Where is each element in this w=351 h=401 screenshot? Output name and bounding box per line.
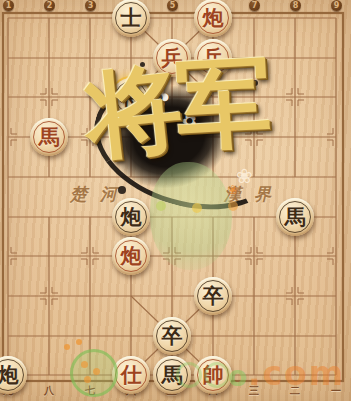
piece-glyph: 将 <box>121 86 142 107</box>
piece-black-horse[interactable]: 馬 <box>276 198 314 236</box>
piece-glyph: 兵 <box>203 47 224 68</box>
piece-glyph: 卒 <box>162 325 183 346</box>
piece-glyph: 帥 <box>203 364 224 385</box>
file-label-bottom-3: 七 <box>81 384 99 398</box>
piece-black-advisor[interactable]: 士 <box>112 0 150 37</box>
file-label-bottom-9: 一 <box>327 384 345 398</box>
piece-red-cannon[interactable]: 炮 <box>112 237 150 275</box>
piece-black-soldier[interactable]: 卒 <box>153 317 191 355</box>
piece-red-advisor[interactable]: 仕 <box>112 356 150 394</box>
file-label-top-1: 1 <box>3 0 14 11</box>
file-label-top-7: 7 <box>249 0 260 11</box>
piece-black-cannon[interactable]: 炮 <box>112 198 150 236</box>
piece-glyph: 炮 <box>0 364 19 385</box>
piece-red-general[interactable]: 帥 <box>194 356 232 394</box>
piece-black-general[interactable]: 将 <box>112 78 150 116</box>
piece-red-cannon[interactable]: 炮 <box>194 0 232 37</box>
file-label-top-3: 3 <box>85 0 96 11</box>
piece-glyph: 炮 <box>203 7 224 28</box>
piece-glyph: 炮 <box>121 245 142 266</box>
piece-black-soldier[interactable]: 卒 <box>194 277 232 315</box>
file-label-bottom-8: 二 <box>286 384 304 398</box>
piece-black-horse[interactable]: 馬 <box>153 356 191 394</box>
piece-glyph: 馬 <box>162 364 183 385</box>
file-label-top-8: 8 <box>290 0 301 11</box>
piece-glyph: 馬 <box>285 206 306 227</box>
piece-red-soldier[interactable]: 兵 <box>194 39 232 77</box>
file-label-top-5: 5 <box>167 0 178 11</box>
piece-red-horse[interactable]: 馬 <box>30 118 68 156</box>
piece-glyph: 兵 <box>162 47 183 68</box>
piece-glyph: 馬 <box>39 126 60 147</box>
file-label-bottom-2: 八 <box>40 384 58 398</box>
piece-glyph: 仕 <box>121 364 142 385</box>
file-label-top-2: 2 <box>44 0 55 11</box>
piece-red-soldier[interactable]: 兵 <box>153 39 191 77</box>
file-label-bottom-7: 三 <box>245 384 263 398</box>
piece-glyph: 士 <box>121 7 142 28</box>
piece-glyph: 炮 <box>121 206 142 227</box>
file-label-top-9: 9 <box>331 0 342 11</box>
xiangqi-game-screen: 123456789 九八七六五四三二一 楚河 漢界 士炮兵兵将馬炮馬炮卒卒炮仕馬… <box>0 0 351 401</box>
river-label-right: 漢界 <box>224 183 284 206</box>
piece-glyph: 卒 <box>203 285 224 306</box>
